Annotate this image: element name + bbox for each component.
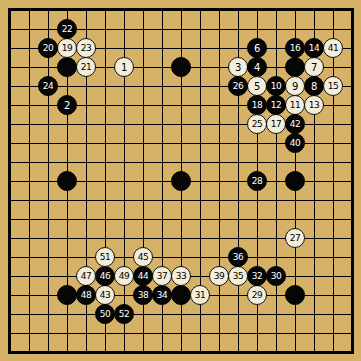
stone-white-move-17: 17 — [266, 114, 286, 134]
stone-white-move-1: 1 — [114, 57, 134, 77]
stone-white-move-29: 29 — [247, 285, 267, 305]
stone-black-handicap-Q10 — [285, 171, 305, 191]
stone-black-handicap-D16 — [57, 57, 77, 77]
stone-white-move-11: 11 — [285, 95, 305, 115]
stone-black-move-36: 36 — [228, 247, 248, 267]
stone-black-handicap-Q16 — [285, 57, 305, 77]
stone-black-move-34: 34 — [152, 285, 172, 305]
stone-white-move-7: 7 — [304, 57, 324, 77]
stone-black-move-8: 8 — [304, 76, 324, 96]
stone-black-move-42: 42 — [285, 114, 305, 134]
stone-black-move-14: 14 — [304, 38, 324, 58]
stone-black-move-18: 18 — [247, 95, 267, 115]
stone-black-move-48: 48 — [76, 285, 96, 305]
stone-black-handicap-D4 — [57, 285, 77, 305]
stone-black-move-16: 16 — [285, 38, 305, 58]
stone-white-move-5: 5 — [247, 76, 267, 96]
stone-white-move-3: 3 — [228, 57, 248, 77]
stone-white-move-33: 33 — [171, 266, 191, 286]
stone-black-move-44: 44 — [133, 266, 153, 286]
stone-black-handicap-K4 — [171, 285, 191, 305]
stone-black-move-22: 22 — [57, 19, 77, 39]
stone-white-move-49: 49 — [114, 266, 134, 286]
stone-black-move-26: 26 — [228, 76, 248, 96]
stone-black-handicap-K10 — [171, 171, 191, 191]
stone-white-move-31: 31 — [190, 285, 210, 305]
stone-black-handicap-D10 — [57, 171, 77, 191]
stone-white-move-45: 45 — [133, 247, 153, 267]
stone-white-move-13: 13 — [304, 95, 324, 115]
stone-white-move-35: 35 — [228, 266, 248, 286]
stone-black-move-24: 24 — [38, 76, 58, 96]
stone-black-move-12: 12 — [266, 95, 286, 115]
stone-white-move-27: 27 — [285, 228, 305, 248]
stone-black-move-28: 28 — [247, 171, 267, 191]
stone-black-move-40: 40 — [285, 133, 305, 153]
stone-black-move-50: 50 — [95, 304, 115, 324]
stone-black-move-2: 2 — [57, 95, 77, 115]
stone-black-move-52: 52 — [114, 304, 134, 324]
stone-black-move-10: 10 — [266, 76, 286, 96]
stone-black-move-6: 6 — [247, 38, 267, 58]
stone-white-move-47: 47 — [76, 266, 96, 286]
stone-black-handicap-K16 — [171, 57, 191, 77]
stone-black-move-4: 4 — [247, 57, 267, 77]
go-board[interactable]: 1234567891011121314151617181920212223242… — [0, 0, 361, 361]
stone-white-move-21: 21 — [76, 57, 96, 77]
stone-white-move-41: 41 — [323, 38, 343, 58]
stone-white-move-39: 39 — [209, 266, 229, 286]
stone-white-move-9: 9 — [285, 76, 305, 96]
stone-black-move-46: 46 — [95, 266, 115, 286]
stone-white-move-43: 43 — [95, 285, 115, 305]
stone-white-move-37: 37 — [152, 266, 172, 286]
stone-white-move-15: 15 — [323, 76, 343, 96]
stone-black-handicap-Q4 — [285, 285, 305, 305]
stone-black-move-20: 20 — [38, 38, 58, 58]
stone-white-move-23: 23 — [76, 38, 96, 58]
stone-black-move-38: 38 — [133, 285, 153, 305]
stone-black-move-30: 30 — [266, 266, 286, 286]
stone-white-move-25: 25 — [247, 114, 267, 134]
stone-black-move-32: 32 — [247, 266, 267, 286]
stone-white-move-19: 19 — [57, 38, 77, 58]
stone-white-move-51: 51 — [95, 247, 115, 267]
